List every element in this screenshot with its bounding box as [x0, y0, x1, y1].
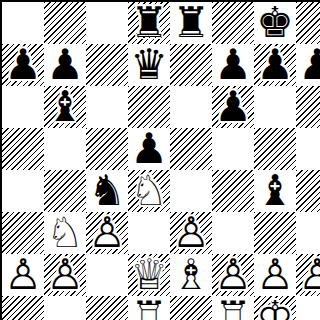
square-e6[interactable]: [170, 86, 212, 128]
square-g7[interactable]: ♟: [254, 44, 296, 86]
square-c3[interactable]: ♟♙: [86, 212, 128, 254]
piece-glyph: ♟: [212, 44, 254, 86]
square-f2[interactable]: ♟♙: [212, 254, 254, 296]
square-a3[interactable]: [2, 212, 44, 254]
square-f1[interactable]: ♜♖: [212, 296, 254, 320]
square-e3[interactable]: ♟♙: [170, 212, 212, 254]
square-g3[interactable]: [254, 212, 296, 254]
white-pawn-b2[interactable]: ♟♙: [44, 254, 86, 296]
black-pawn-a7[interactable]: ♟: [2, 44, 44, 86]
square-g1[interactable]: ♚♔: [254, 296, 296, 320]
piece-glyph: ♛: [128, 44, 170, 86]
square-g8[interactable]: ♚: [254, 2, 296, 44]
black-bishop-g4[interactable]: ♝: [254, 170, 296, 212]
square-b7[interactable]: ♟: [44, 44, 86, 86]
square-c7[interactable]: [86, 44, 128, 86]
square-b6[interactable]: ♝: [44, 86, 86, 128]
white-bishop-e2[interactable]: ♝♗: [170, 254, 212, 296]
black-pawn-f6[interactable]: ♟: [212, 86, 254, 128]
square-c6[interactable]: [86, 86, 128, 128]
square-h5[interactable]: [296, 128, 320, 170]
white-knight-b3[interactable]: ♞♘: [44, 212, 86, 254]
square-h1[interactable]: [296, 296, 320, 320]
square-h3[interactable]: [296, 212, 320, 254]
white-rook-f1[interactable]: ♜♖: [212, 296, 254, 320]
piece-glyph: ♙: [296, 254, 320, 296]
square-a6[interactable]: [2, 86, 44, 128]
black-pawn-f7[interactable]: ♟: [212, 44, 254, 86]
piece-glyph: ♟: [212, 86, 254, 128]
square-d6[interactable]: [128, 86, 170, 128]
piece-glyph: ♖: [128, 296, 170, 320]
square-h6[interactable]: [296, 86, 320, 128]
piece-glyph: ♙: [254, 254, 296, 296]
square-b3[interactable]: ♞♘: [44, 212, 86, 254]
square-h2[interactable]: ♟♙: [296, 254, 320, 296]
square-b5[interactable]: [44, 128, 86, 170]
square-b2[interactable]: ♟♙: [44, 254, 86, 296]
square-e5[interactable]: [170, 128, 212, 170]
square-d5[interactable]: ♟: [128, 128, 170, 170]
piece-glyph: ♝: [254, 170, 296, 212]
white-pawn-c3[interactable]: ♟♙: [86, 212, 128, 254]
piece-glyph: ♙: [2, 254, 44, 296]
square-b4[interactable]: [44, 170, 86, 212]
white-pawn-a2[interactable]: ♟♙: [2, 254, 44, 296]
piece-glyph: ♚: [254, 2, 296, 44]
black-pawn-g7[interactable]: ♟: [254, 44, 296, 86]
square-d2[interactable]: ♛♕: [128, 254, 170, 296]
black-rook-d8[interactable]: ♜: [128, 2, 170, 44]
piece-glyph: ♜: [128, 2, 170, 44]
piece-glyph: ♟: [128, 128, 170, 170]
black-pawn-b7[interactable]: ♟: [44, 44, 86, 86]
square-f5[interactable]: [212, 128, 254, 170]
square-c1[interactable]: [86, 296, 128, 320]
black-knight-c4[interactable]: ♞: [86, 170, 128, 212]
black-pawn-h7[interactable]: ♟: [296, 44, 320, 86]
square-h8[interactable]: [296, 2, 320, 44]
black-pawn-d5[interactable]: ♟: [128, 128, 170, 170]
square-f6[interactable]: ♟: [212, 86, 254, 128]
square-d7[interactable]: ♛: [128, 44, 170, 86]
piece-glyph: ♟: [296, 44, 320, 86]
square-g2[interactable]: ♟♙: [254, 254, 296, 296]
square-c4[interactable]: ♞: [86, 170, 128, 212]
square-c5[interactable]: [86, 128, 128, 170]
square-f4[interactable]: [212, 170, 254, 212]
white-king-g1[interactable]: ♚♔: [254, 296, 296, 320]
square-a7[interactable]: ♟: [2, 44, 44, 86]
square-e8[interactable]: ♜: [170, 2, 212, 44]
white-knight-d4[interactable]: ♞♘: [128, 170, 170, 212]
square-b1[interactable]: [44, 296, 86, 320]
piece-glyph: ♕: [128, 254, 170, 296]
square-f3[interactable]: [212, 212, 254, 254]
piece-glyph: ♝: [44, 86, 86, 128]
white-queen-d2[interactable]: ♛♕: [128, 254, 170, 296]
square-g5[interactable]: [254, 128, 296, 170]
black-rook-e8[interactable]: ♜: [170, 2, 212, 44]
square-f8[interactable]: [212, 2, 254, 44]
piece-glyph: ♗: [170, 254, 212, 296]
piece-glyph: ♔: [254, 296, 296, 320]
square-g4[interactable]: ♝: [254, 170, 296, 212]
white-pawn-g2[interactable]: ♟♙: [254, 254, 296, 296]
square-f7[interactable]: ♟: [212, 44, 254, 86]
white-pawn-f2[interactable]: ♟♙: [212, 254, 254, 296]
black-queen-d7[interactable]: ♛: [128, 44, 170, 86]
square-h4[interactable]: [296, 170, 320, 212]
square-a2[interactable]: ♟♙: [2, 254, 44, 296]
chess-board: ♜♜♚♟♟♛♟♟♟♝♟♟♞♞♘♝♞♘♟♙♟♙♟♙♟♙♛♕♝♗♟♙♟♙♟♙♜♖♜♖…: [0, 0, 320, 320]
square-e7[interactable]: [170, 44, 212, 86]
piece-glyph: ♟: [254, 44, 296, 86]
piece-glyph: ♙: [86, 212, 128, 254]
square-g6[interactable]: [254, 86, 296, 128]
white-pawn-h2[interactable]: ♟♙: [296, 254, 320, 296]
square-a5[interactable]: [2, 128, 44, 170]
white-pawn-e3[interactable]: ♟♙: [170, 212, 212, 254]
square-e2[interactable]: ♝♗: [170, 254, 212, 296]
square-d4[interactable]: ♞♘: [128, 170, 170, 212]
square-c2[interactable]: [86, 254, 128, 296]
square-a1[interactable]: [2, 296, 44, 320]
piece-glyph: ♟: [44, 44, 86, 86]
black-king-g8[interactable]: ♚: [254, 2, 296, 44]
piece-glyph: ♙: [170, 212, 212, 254]
piece-glyph: ♘: [44, 212, 86, 254]
piece-glyph: ♘: [128, 170, 170, 212]
piece-glyph: ♖: [212, 296, 254, 320]
square-a8[interactable]: [2, 2, 44, 44]
square-e4[interactable]: [170, 170, 212, 212]
square-d1[interactable]: ♜♖: [128, 296, 170, 320]
piece-glyph: ♞: [86, 170, 128, 212]
piece-glyph: ♟: [2, 44, 44, 86]
square-h7[interactable]: ♟: [296, 44, 320, 86]
chess-diagram: ♜♜♚♟♟♛♟♟♟♝♟♟♞♞♘♝♞♘♟♙♟♙♟♙♟♙♛♕♝♗♟♙♟♙♟♙♜♖♜♖…: [0, 0, 320, 320]
piece-glyph: ♙: [212, 254, 254, 296]
square-e1[interactable]: [170, 296, 212, 320]
square-a4[interactable]: [2, 170, 44, 212]
square-d8[interactable]: ♜: [128, 2, 170, 44]
piece-glyph: ♜: [170, 2, 212, 44]
piece-glyph: ♙: [44, 254, 86, 296]
square-b8[interactable]: [44, 2, 86, 44]
black-bishop-b6[interactable]: ♝: [44, 86, 86, 128]
square-c8[interactable]: [86, 2, 128, 44]
square-d3[interactable]: [128, 212, 170, 254]
white-rook-d1[interactable]: ♜♖: [128, 296, 170, 320]
